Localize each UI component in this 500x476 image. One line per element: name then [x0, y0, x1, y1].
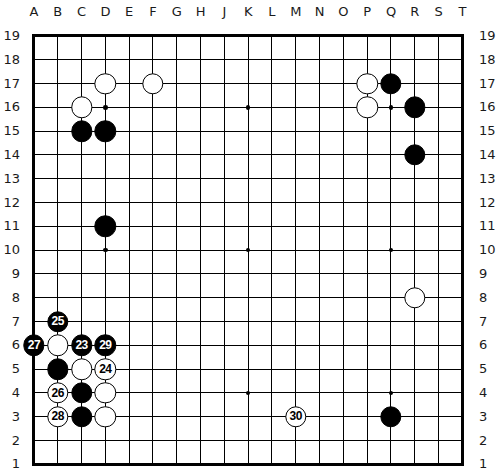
intersection-E5[interactable]: [117, 357, 141, 381]
intersection-J3[interactable]: [212, 405, 236, 429]
intersection-A4[interactable]: [22, 381, 46, 405]
intersection-S7[interactable]: [427, 310, 451, 334]
intersection-Q18[interactable]: [379, 48, 403, 72]
intersection-G7[interactable]: [165, 310, 189, 334]
intersection-M10[interactable]: [284, 238, 308, 262]
intersection-J15[interactable]: [212, 119, 236, 143]
intersection-K17[interactable]: [236, 72, 260, 96]
intersection-S6[interactable]: [427, 333, 451, 357]
intersection-O10[interactable]: [331, 238, 355, 262]
intersection-B2[interactable]: [46, 429, 70, 453]
intersection-L19[interactable]: [260, 24, 284, 48]
intersection-N5[interactable]: [308, 357, 332, 381]
intersection-A13[interactable]: [22, 167, 46, 191]
intersection-S19[interactable]: [427, 24, 451, 48]
intersection-C5[interactable]: [70, 357, 94, 381]
intersection-N1[interactable]: [308, 452, 332, 476]
intersection-R3[interactable]: [403, 405, 427, 429]
intersection-C9[interactable]: [70, 262, 94, 286]
intersection-K8[interactable]: [236, 286, 260, 310]
intersection-K9[interactable]: [236, 262, 260, 286]
intersection-G8[interactable]: [165, 286, 189, 310]
intersection-B18[interactable]: [46, 48, 70, 72]
intersection-E11[interactable]: [117, 214, 141, 238]
intersection-A16[interactable]: [22, 95, 46, 119]
intersection-M5[interactable]: [284, 357, 308, 381]
intersection-G16[interactable]: [165, 95, 189, 119]
intersection-E9[interactable]: [117, 262, 141, 286]
intersection-J11[interactable]: [212, 214, 236, 238]
intersection-F17[interactable]: [141, 72, 165, 96]
intersection-F16[interactable]: [141, 95, 165, 119]
intersection-F6[interactable]: [141, 333, 165, 357]
intersection-F11[interactable]: [141, 214, 165, 238]
intersection-H9[interactable]: [189, 262, 213, 286]
intersection-L8[interactable]: [260, 286, 284, 310]
intersection-F19[interactable]: [141, 24, 165, 48]
intersection-H1[interactable]: [189, 452, 213, 476]
intersection-N6[interactable]: [308, 333, 332, 357]
intersection-T1[interactable]: [450, 452, 474, 476]
intersection-T3[interactable]: [450, 405, 474, 429]
intersection-T17[interactable]: [450, 72, 474, 96]
intersection-L14[interactable]: [260, 143, 284, 167]
intersection-G3[interactable]: [165, 405, 189, 429]
intersection-O2[interactable]: [331, 429, 355, 453]
intersection-F9[interactable]: [141, 262, 165, 286]
intersection-S3[interactable]: [427, 405, 451, 429]
intersection-J2[interactable]: [212, 429, 236, 453]
intersection-R14[interactable]: [403, 143, 427, 167]
intersection-G1[interactable]: [165, 452, 189, 476]
intersection-S5[interactable]: [427, 357, 451, 381]
intersection-Q15[interactable]: [379, 119, 403, 143]
intersection-A3[interactable]: [22, 405, 46, 429]
intersection-O12[interactable]: [331, 191, 355, 215]
intersection-G12[interactable]: [165, 191, 189, 215]
intersection-H19[interactable]: [189, 24, 213, 48]
intersection-L10[interactable]: [260, 238, 284, 262]
intersection-C10[interactable]: [70, 238, 94, 262]
intersection-N7[interactable]: [308, 310, 332, 334]
intersection-P15[interactable]: [355, 119, 379, 143]
intersection-S15[interactable]: [427, 119, 451, 143]
intersection-N16[interactable]: [308, 95, 332, 119]
intersection-Q7[interactable]: [379, 310, 403, 334]
intersection-R2[interactable]: [403, 429, 427, 453]
intersection-G13[interactable]: [165, 167, 189, 191]
intersection-E8[interactable]: [117, 286, 141, 310]
intersection-G18[interactable]: [165, 48, 189, 72]
intersection-M18[interactable]: [284, 48, 308, 72]
intersection-J17[interactable]: [212, 72, 236, 96]
intersection-G15[interactable]: [165, 119, 189, 143]
intersection-J18[interactable]: [212, 48, 236, 72]
intersection-D13[interactable]: [93, 167, 117, 191]
intersection-P8[interactable]: [355, 286, 379, 310]
intersection-F14[interactable]: [141, 143, 165, 167]
intersection-D2[interactable]: [93, 429, 117, 453]
intersection-B6[interactable]: [46, 333, 70, 357]
intersection-O5[interactable]: [331, 357, 355, 381]
intersection-K1[interactable]: [236, 452, 260, 476]
intersection-C2[interactable]: [70, 429, 94, 453]
intersection-N17[interactable]: [308, 72, 332, 96]
intersection-E2[interactable]: [117, 429, 141, 453]
intersection-C19[interactable]: [70, 24, 94, 48]
intersection-S11[interactable]: [427, 214, 451, 238]
intersection-P5[interactable]: [355, 357, 379, 381]
intersection-H6[interactable]: [189, 333, 213, 357]
intersection-M14[interactable]: [284, 143, 308, 167]
intersection-N19[interactable]: [308, 24, 332, 48]
intersection-F18[interactable]: [141, 48, 165, 72]
intersection-O16[interactable]: [331, 95, 355, 119]
intersection-Q13[interactable]: [379, 167, 403, 191]
intersection-A19[interactable]: [22, 24, 46, 48]
intersection-M8[interactable]: [284, 286, 308, 310]
intersection-O8[interactable]: [331, 286, 355, 310]
intersection-F1[interactable]: [141, 452, 165, 476]
intersection-C4[interactable]: [70, 381, 94, 405]
intersection-R17[interactable]: [403, 72, 427, 96]
intersection-H2[interactable]: [189, 429, 213, 453]
intersection-O1[interactable]: [331, 452, 355, 476]
intersection-N11[interactable]: [308, 214, 332, 238]
intersection-D15[interactable]: [93, 119, 117, 143]
intersection-E19[interactable]: [117, 24, 141, 48]
intersection-E10[interactable]: [117, 238, 141, 262]
intersection-D9[interactable]: [93, 262, 117, 286]
intersection-R13[interactable]: [403, 167, 427, 191]
intersection-H5[interactable]: [189, 357, 213, 381]
intersection-O7[interactable]: [331, 310, 355, 334]
intersection-P2[interactable]: [355, 429, 379, 453]
intersection-Q4[interactable]: [379, 381, 403, 405]
intersection-F15[interactable]: [141, 119, 165, 143]
intersection-M12[interactable]: [284, 191, 308, 215]
intersection-P11[interactable]: [355, 214, 379, 238]
intersection-L18[interactable]: [260, 48, 284, 72]
intersection-C7[interactable]: [70, 310, 94, 334]
intersection-H13[interactable]: [189, 167, 213, 191]
intersection-K2[interactable]: [236, 429, 260, 453]
intersection-A9[interactable]: [22, 262, 46, 286]
intersection-G14[interactable]: [165, 143, 189, 167]
intersection-Q16[interactable]: [379, 95, 403, 119]
intersection-L12[interactable]: [260, 191, 284, 215]
intersection-N18[interactable]: [308, 48, 332, 72]
intersection-C17[interactable]: [70, 72, 94, 96]
intersection-J10[interactable]: [212, 238, 236, 262]
intersection-D11[interactable]: [93, 214, 117, 238]
intersection-S4[interactable]: [427, 381, 451, 405]
intersection-O6[interactable]: [331, 333, 355, 357]
intersection-H3[interactable]: [189, 405, 213, 429]
intersection-L5[interactable]: [260, 357, 284, 381]
intersection-T5[interactable]: [450, 357, 474, 381]
intersection-E13[interactable]: [117, 167, 141, 191]
intersection-P19[interactable]: [355, 24, 379, 48]
intersection-A2[interactable]: [22, 429, 46, 453]
intersection-O9[interactable]: [331, 262, 355, 286]
intersection-F7[interactable]: [141, 310, 165, 334]
intersection-T10[interactable]: [450, 238, 474, 262]
intersection-T9[interactable]: [450, 262, 474, 286]
intersection-T19[interactable]: [450, 24, 474, 48]
intersection-P12[interactable]: [355, 191, 379, 215]
intersection-M19[interactable]: [284, 24, 308, 48]
intersection-N9[interactable]: [308, 262, 332, 286]
intersection-B15[interactable]: [46, 119, 70, 143]
intersection-B13[interactable]: [46, 167, 70, 191]
intersection-K16[interactable]: [236, 95, 260, 119]
intersection-H10[interactable]: [189, 238, 213, 262]
intersection-M1[interactable]: [284, 452, 308, 476]
intersection-M4[interactable]: [284, 381, 308, 405]
intersection-F4[interactable]: [141, 381, 165, 405]
intersection-P16[interactable]: [355, 95, 379, 119]
intersection-B19[interactable]: [46, 24, 70, 48]
intersection-L2[interactable]: [260, 429, 284, 453]
intersection-D19[interactable]: [93, 24, 117, 48]
intersection-O18[interactable]: [331, 48, 355, 72]
intersection-K3[interactable]: [236, 405, 260, 429]
intersection-B9[interactable]: [46, 262, 70, 286]
intersection-K14[interactable]: [236, 143, 260, 167]
intersection-K13[interactable]: [236, 167, 260, 191]
intersection-C18[interactable]: [70, 48, 94, 72]
intersection-S17[interactable]: [427, 72, 451, 96]
intersection-T16[interactable]: [450, 95, 474, 119]
intersection-E3[interactable]: [117, 405, 141, 429]
intersection-S18[interactable]: [427, 48, 451, 72]
intersection-O3[interactable]: [331, 405, 355, 429]
intersection-K7[interactable]: [236, 310, 260, 334]
intersection-A14[interactable]: [22, 143, 46, 167]
intersection-O15[interactable]: [331, 119, 355, 143]
intersection-P4[interactable]: [355, 381, 379, 405]
intersection-R12[interactable]: [403, 191, 427, 215]
intersection-D3[interactable]: [93, 405, 117, 429]
intersection-R5[interactable]: [403, 357, 427, 381]
intersection-Q8[interactable]: [379, 286, 403, 310]
intersection-G11[interactable]: [165, 214, 189, 238]
intersection-L16[interactable]: [260, 95, 284, 119]
intersection-D16[interactable]: [93, 95, 117, 119]
intersection-T6[interactable]: [450, 333, 474, 357]
intersection-D14[interactable]: [93, 143, 117, 167]
intersection-N4[interactable]: [308, 381, 332, 405]
intersection-D17[interactable]: [93, 72, 117, 96]
intersection-A7[interactable]: [22, 310, 46, 334]
intersection-P18[interactable]: [355, 48, 379, 72]
intersection-O13[interactable]: [331, 167, 355, 191]
intersection-Q1[interactable]: [379, 452, 403, 476]
intersection-R6[interactable]: [403, 333, 427, 357]
intersection-Q10[interactable]: [379, 238, 403, 262]
intersection-N12[interactable]: [308, 191, 332, 215]
intersection-F10[interactable]: [141, 238, 165, 262]
intersection-N8[interactable]: [308, 286, 332, 310]
intersection-E4[interactable]: [117, 381, 141, 405]
intersection-B8[interactable]: [46, 286, 70, 310]
intersection-H17[interactable]: [189, 72, 213, 96]
intersection-C12[interactable]: [70, 191, 94, 215]
intersection-L3[interactable]: [260, 405, 284, 429]
intersection-E6[interactable]: [117, 333, 141, 357]
intersection-F13[interactable]: [141, 167, 165, 191]
intersection-L11[interactable]: [260, 214, 284, 238]
intersection-D8[interactable]: [93, 286, 117, 310]
intersection-G4[interactable]: [165, 381, 189, 405]
intersection-K18[interactable]: [236, 48, 260, 72]
intersection-D5[interactable]: 24: [93, 357, 117, 381]
intersection-K15[interactable]: [236, 119, 260, 143]
intersection-P3[interactable]: [355, 405, 379, 429]
intersection-B3[interactable]: 28: [46, 405, 70, 429]
intersection-B7[interactable]: 25: [46, 310, 70, 334]
intersection-N10[interactable]: [308, 238, 332, 262]
intersection-O19[interactable]: [331, 24, 355, 48]
intersection-A1[interactable]: [22, 452, 46, 476]
intersection-C3[interactable]: [70, 405, 94, 429]
intersection-J16[interactable]: [212, 95, 236, 119]
intersection-B5[interactable]: [46, 357, 70, 381]
intersection-G5[interactable]: [165, 357, 189, 381]
intersection-J1[interactable]: [212, 452, 236, 476]
intersection-A15[interactable]: [22, 119, 46, 143]
intersection-J5[interactable]: [212, 357, 236, 381]
intersection-S14[interactable]: [427, 143, 451, 167]
intersection-J12[interactable]: [212, 191, 236, 215]
intersection-M9[interactable]: [284, 262, 308, 286]
intersection-F8[interactable]: [141, 286, 165, 310]
intersection-L4[interactable]: [260, 381, 284, 405]
intersection-E17[interactable]: [117, 72, 141, 96]
intersection-E18[interactable]: [117, 48, 141, 72]
intersection-G6[interactable]: [165, 333, 189, 357]
intersection-K19[interactable]: [236, 24, 260, 48]
intersection-F12[interactable]: [141, 191, 165, 215]
intersection-P9[interactable]: [355, 262, 379, 286]
intersection-J7[interactable]: [212, 310, 236, 334]
intersection-P13[interactable]: [355, 167, 379, 191]
intersection-G2[interactable]: [165, 429, 189, 453]
intersection-Q5[interactable]: [379, 357, 403, 381]
intersection-B16[interactable]: [46, 95, 70, 119]
intersection-M2[interactable]: [284, 429, 308, 453]
intersection-L6[interactable]: [260, 333, 284, 357]
intersection-K5[interactable]: [236, 357, 260, 381]
intersection-N14[interactable]: [308, 143, 332, 167]
intersection-O4[interactable]: [331, 381, 355, 405]
intersection-B11[interactable]: [46, 214, 70, 238]
intersection-T14[interactable]: [450, 143, 474, 167]
intersection-M16[interactable]: [284, 95, 308, 119]
intersection-K4[interactable]: [236, 381, 260, 405]
intersection-J8[interactable]: [212, 286, 236, 310]
intersection-L13[interactable]: [260, 167, 284, 191]
intersection-L9[interactable]: [260, 262, 284, 286]
intersection-E16[interactable]: [117, 95, 141, 119]
intersection-S8[interactable]: [427, 286, 451, 310]
intersection-B4[interactable]: 26: [46, 381, 70, 405]
intersection-Q17[interactable]: [379, 72, 403, 96]
intersection-R19[interactable]: [403, 24, 427, 48]
intersection-J14[interactable]: [212, 143, 236, 167]
intersection-L7[interactable]: [260, 310, 284, 334]
intersection-L1[interactable]: [260, 452, 284, 476]
intersection-R11[interactable]: [403, 214, 427, 238]
intersection-R4[interactable]: [403, 381, 427, 405]
intersection-H16[interactable]: [189, 95, 213, 119]
intersection-D1[interactable]: [93, 452, 117, 476]
intersection-O11[interactable]: [331, 214, 355, 238]
intersection-N15[interactable]: [308, 119, 332, 143]
intersection-K11[interactable]: [236, 214, 260, 238]
intersection-A12[interactable]: [22, 191, 46, 215]
intersection-K12[interactable]: [236, 191, 260, 215]
intersection-M7[interactable]: [284, 310, 308, 334]
intersection-K10[interactable]: [236, 238, 260, 262]
intersection-H11[interactable]: [189, 214, 213, 238]
intersection-E1[interactable]: [117, 452, 141, 476]
intersection-A8[interactable]: [22, 286, 46, 310]
intersection-T12[interactable]: [450, 191, 474, 215]
intersection-E15[interactable]: [117, 119, 141, 143]
intersection-S1[interactable]: [427, 452, 451, 476]
intersection-G17[interactable]: [165, 72, 189, 96]
intersection-R10[interactable]: [403, 238, 427, 262]
intersection-E14[interactable]: [117, 143, 141, 167]
intersection-N3[interactable]: [308, 405, 332, 429]
intersection-D18[interactable]: [93, 48, 117, 72]
intersection-F5[interactable]: [141, 357, 165, 381]
intersection-P14[interactable]: [355, 143, 379, 167]
intersection-B10[interactable]: [46, 238, 70, 262]
intersection-Q19[interactable]: [379, 24, 403, 48]
intersection-H18[interactable]: [189, 48, 213, 72]
intersection-H15[interactable]: [189, 119, 213, 143]
intersection-A18[interactable]: [22, 48, 46, 72]
intersection-B12[interactable]: [46, 191, 70, 215]
intersection-D6[interactable]: 29: [93, 333, 117, 357]
intersection-J6[interactable]: [212, 333, 236, 357]
intersection-M11[interactable]: [284, 214, 308, 238]
intersection-A10[interactable]: [22, 238, 46, 262]
intersection-H8[interactable]: [189, 286, 213, 310]
intersection-S13[interactable]: [427, 167, 451, 191]
intersection-C15[interactable]: [70, 119, 94, 143]
intersection-P1[interactable]: [355, 452, 379, 476]
intersection-J19[interactable]: [212, 24, 236, 48]
intersection-E12[interactable]: [117, 191, 141, 215]
intersection-R16[interactable]: [403, 95, 427, 119]
intersection-C13[interactable]: [70, 167, 94, 191]
intersection-O17[interactable]: [331, 72, 355, 96]
intersection-H7[interactable]: [189, 310, 213, 334]
intersection-H4[interactable]: [189, 381, 213, 405]
intersection-B14[interactable]: [46, 143, 70, 167]
intersection-H12[interactable]: [189, 191, 213, 215]
intersection-T2[interactable]: [450, 429, 474, 453]
intersection-R15[interactable]: [403, 119, 427, 143]
intersection-G19[interactable]: [165, 24, 189, 48]
intersection-R1[interactable]: [403, 452, 427, 476]
intersection-N2[interactable]: [308, 429, 332, 453]
intersection-D4[interactable]: [93, 381, 117, 405]
